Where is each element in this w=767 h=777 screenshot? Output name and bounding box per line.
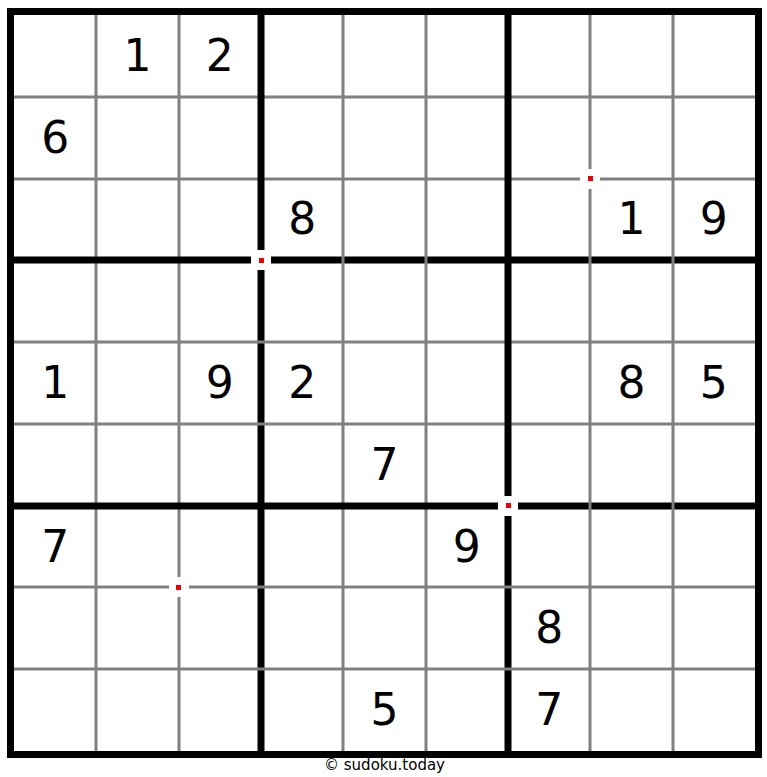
given-digit: 1 [123,34,151,78]
cell-r9c3[interactable] [179,669,261,751]
cell-grid: 12681919285779857 [14,15,755,751]
cell-r3c4[interactable]: 8 [261,179,343,261]
given-digit: 9 [453,525,481,569]
page: 12681919285779857 © sudoku.today [0,0,767,777]
cell-r1c7[interactable] [508,15,590,97]
cell-r5c4[interactable]: 2 [261,342,343,424]
cell-r3c2[interactable] [96,179,178,261]
cell-r6c2[interactable] [96,424,178,506]
cell-r8c4[interactable] [261,587,343,669]
cell-r3c5[interactable] [343,179,425,261]
given-digit: 9 [206,361,234,405]
cell-r4c3[interactable] [179,260,261,342]
cell-r6c6[interactable] [426,424,508,506]
cell-r7c6[interactable]: 9 [426,506,508,588]
cell-r3c8[interactable]: 1 [590,179,672,261]
cell-r8c9[interactable] [673,587,755,669]
cell-r7c9[interactable] [673,506,755,588]
cell-r3c1[interactable] [14,179,96,261]
cell-r5c6[interactable] [426,342,508,424]
given-digit: 5 [700,361,728,405]
cell-r4c4[interactable] [261,260,343,342]
cell-r1c3[interactable]: 2 [179,15,261,97]
cell-r5c7[interactable] [508,342,590,424]
cell-r8c5[interactable] [343,587,425,669]
cell-r6c9[interactable] [673,424,755,506]
cell-r2c5[interactable] [343,97,425,179]
cell-r1c5[interactable] [343,15,425,97]
cell-r7c7[interactable] [508,506,590,588]
given-digit: 7 [41,525,69,569]
cell-r9c8[interactable] [590,669,672,751]
cell-r1c1[interactable] [14,15,96,97]
cell-r4c5[interactable] [343,260,425,342]
cell-r7c5[interactable] [343,506,425,588]
cell-r8c6[interactable] [426,587,508,669]
cell-r6c3[interactable] [179,424,261,506]
given-digit: 8 [288,197,316,241]
given-digit: 2 [288,361,316,405]
cell-r1c8[interactable] [590,15,672,97]
cell-r8c2[interactable] [96,587,178,669]
cell-r7c2[interactable] [96,506,178,588]
cell-r9c4[interactable] [261,669,343,751]
cell-r2c6[interactable] [426,97,508,179]
cell-r5c3[interactable]: 9 [179,342,261,424]
cell-r7c8[interactable] [590,506,672,588]
cell-r7c4[interactable] [261,506,343,588]
cell-r3c6[interactable] [426,179,508,261]
cell-r1c9[interactable] [673,15,755,97]
cell-r4c2[interactable] [96,260,178,342]
cell-r1c2[interactable]: 1 [96,15,178,97]
given-digit: 5 [370,688,398,732]
cell-r6c7[interactable] [508,424,590,506]
cell-r7c1[interactable]: 7 [14,506,96,588]
given-digit: 2 [206,34,234,78]
cell-r2c2[interactable] [96,97,178,179]
cell-r8c8[interactable] [590,587,672,669]
given-digit: 8 [617,361,645,405]
cell-r1c4[interactable] [261,15,343,97]
sudoku-board: 12681919285779857 [7,8,762,758]
cell-r6c8[interactable] [590,424,672,506]
cell-r3c7[interactable] [508,179,590,261]
given-digit: 6 [41,116,69,160]
cell-r8c3[interactable] [179,587,261,669]
cell-r9c7[interactable]: 7 [508,669,590,751]
given-digit: 7 [535,688,563,732]
cell-r8c7[interactable]: 8 [508,587,590,669]
given-digit: 1 [617,197,645,241]
given-digit: 1 [41,361,69,405]
cell-r9c1[interactable] [14,669,96,751]
cell-r6c4[interactable] [261,424,343,506]
cell-r2c7[interactable] [508,97,590,179]
cell-r4c7[interactable] [508,260,590,342]
cell-r5c8[interactable]: 8 [590,342,672,424]
cell-r5c5[interactable] [343,342,425,424]
given-digit: 7 [370,443,398,487]
cell-r5c9[interactable]: 5 [673,342,755,424]
cell-r2c1[interactable]: 6 [14,97,96,179]
cell-r9c9[interactable] [673,669,755,751]
cell-r4c8[interactable] [590,260,672,342]
cell-r6c5[interactable]: 7 [343,424,425,506]
cell-r9c6[interactable] [426,669,508,751]
given-digit: 9 [700,197,728,241]
cell-r6c1[interactable] [14,424,96,506]
cell-r2c9[interactable] [673,97,755,179]
cell-r8c1[interactable] [14,587,96,669]
cell-r2c3[interactable] [179,97,261,179]
cell-r9c5[interactable]: 5 [343,669,425,751]
cell-r2c8[interactable] [590,97,672,179]
cell-r4c9[interactable] [673,260,755,342]
cell-r1c6[interactable] [426,15,508,97]
cell-r5c1[interactable]: 1 [14,342,96,424]
cell-r3c9[interactable]: 9 [673,179,755,261]
cell-r7c3[interactable] [179,506,261,588]
cell-r3c3[interactable] [179,179,261,261]
cell-r4c1[interactable] [14,260,96,342]
cell-r2c4[interactable] [261,97,343,179]
given-digit: 8 [535,606,563,650]
cell-r4c6[interactable] [426,260,508,342]
cell-r9c2[interactable] [96,669,178,751]
cell-r5c2[interactable] [96,342,178,424]
copyright-text: © sudoku.today [7,756,762,774]
